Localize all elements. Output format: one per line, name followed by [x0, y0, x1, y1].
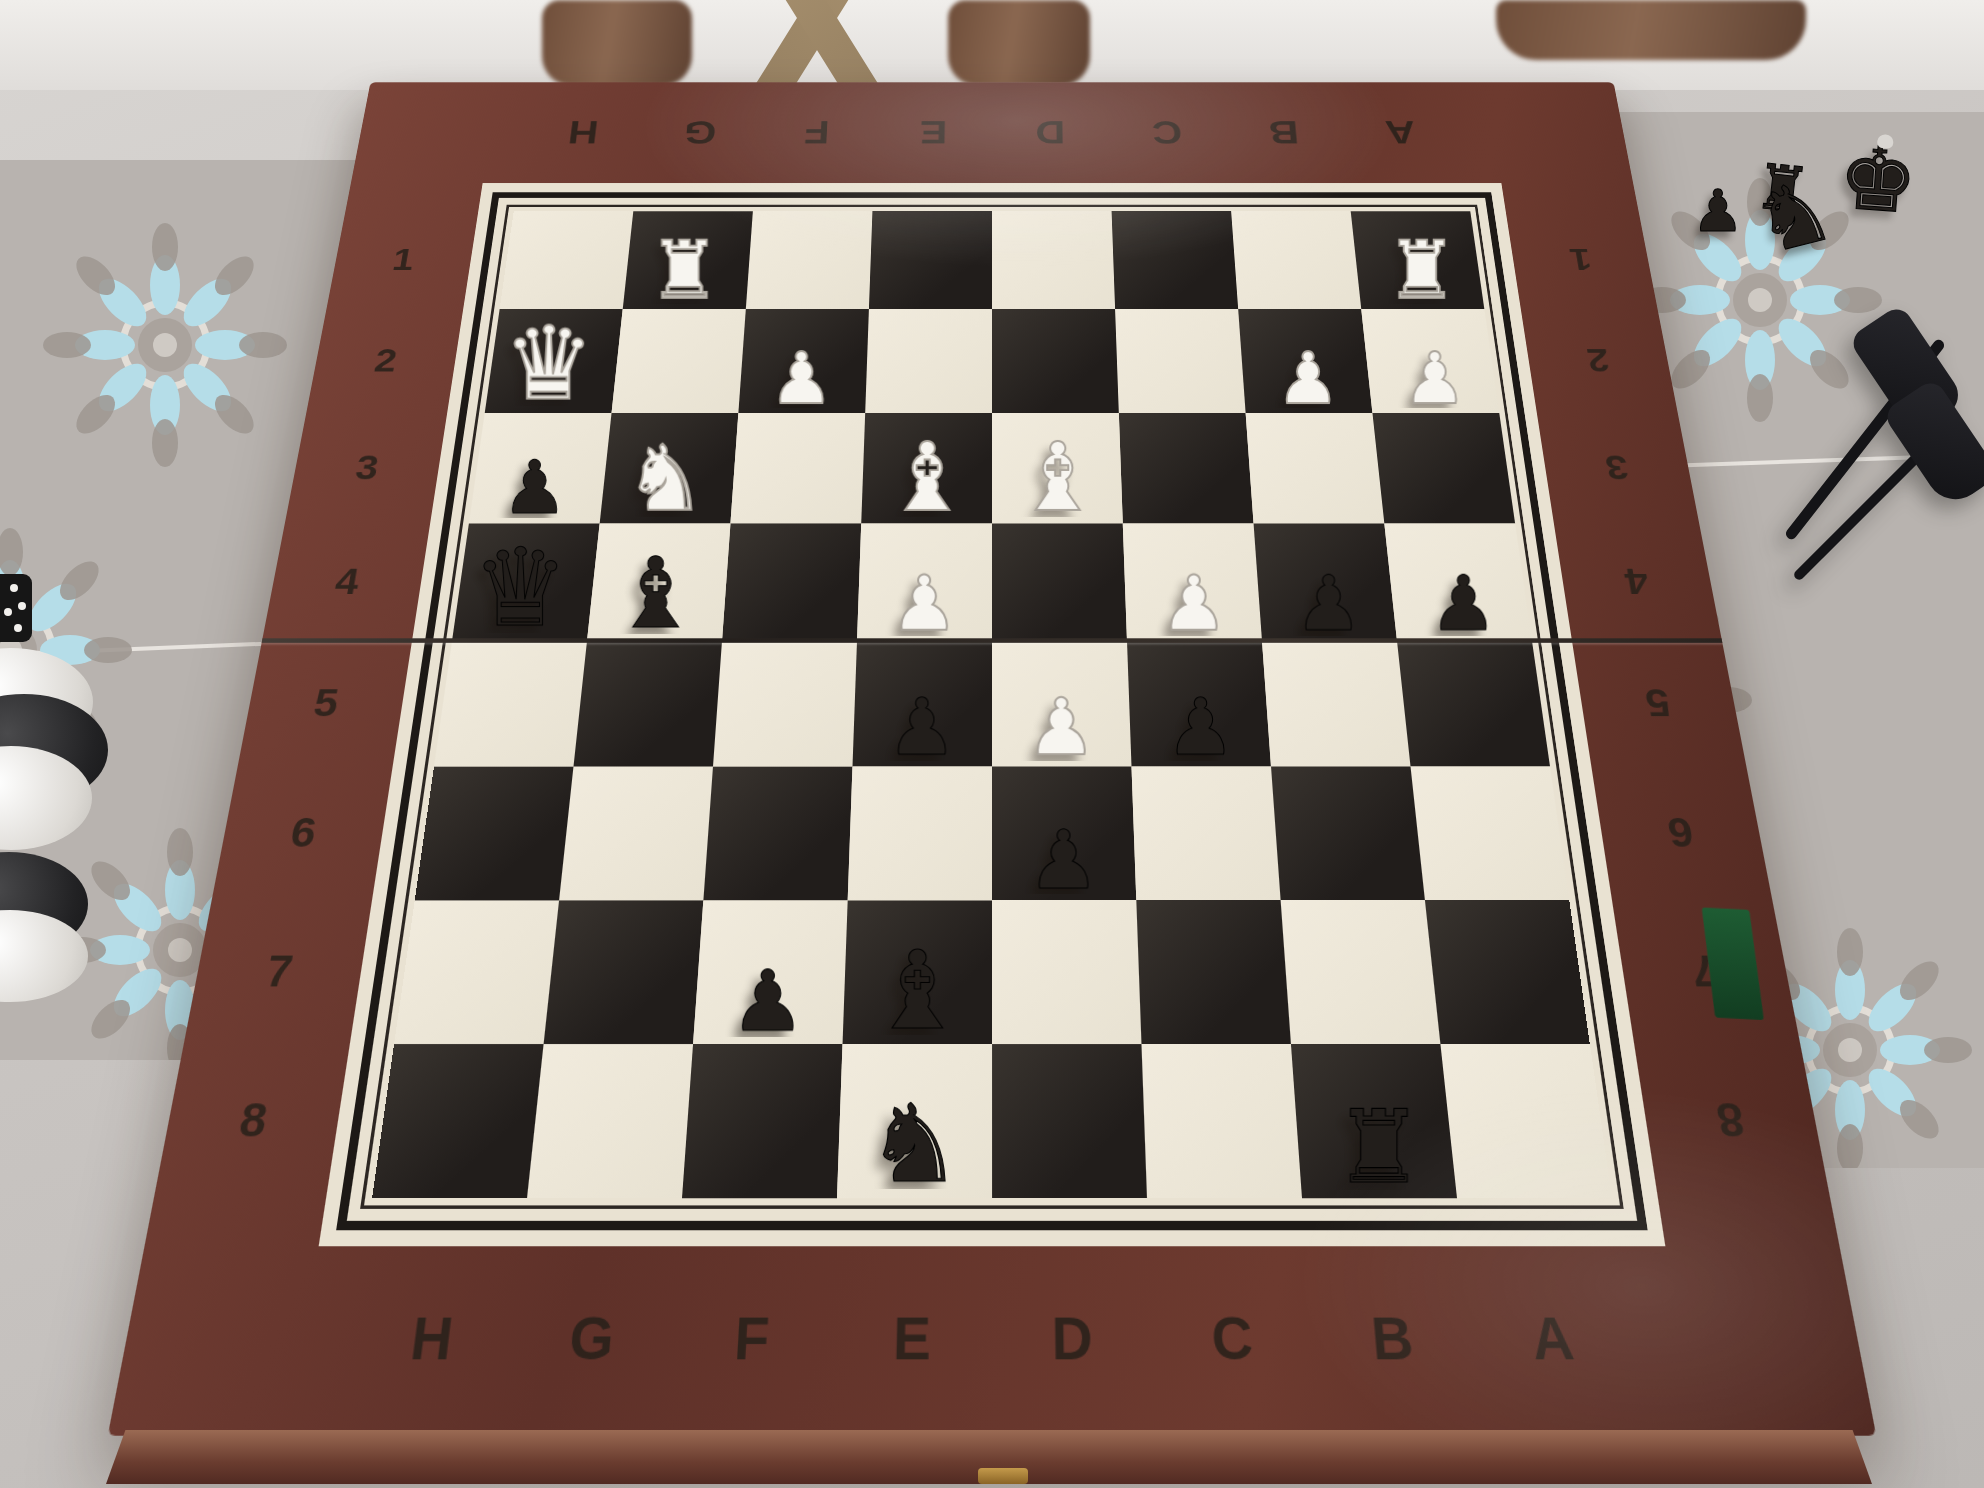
white-knight-g3[interactable]: ♞ [625, 433, 707, 524]
white-queen-h2[interactable]: ♛ [504, 313, 595, 414]
square-g5[interactable] [573, 641, 722, 766]
square-c7[interactable] [1136, 900, 1291, 1044]
rank-label-2: 2 [1521, 309, 1678, 413]
black-bishop-g4[interactable]: ♝ [611, 544, 699, 642]
board-grid: ♜♜♛♟♟♟♟♞♝♝♛♝♟♟♟♟♟♟♟♟♟♝♞♜ [372, 211, 1612, 1198]
square-b3[interactable] [1246, 413, 1385, 523]
brass-latch [978, 1468, 1028, 1484]
square-b4[interactable]: ♟ [1254, 523, 1397, 641]
square-h4[interactable]: ♛ [452, 523, 600, 641]
sunglasses [1756, 284, 1984, 664]
square-d5[interactable]: ♟ [992, 641, 1132, 766]
file-label-f: F [756, 101, 876, 166]
white-bishop-d3[interactable]: ♝ [1015, 430, 1100, 525]
square-a6[interactable] [1411, 766, 1570, 900]
square-d4[interactable] [992, 523, 1127, 641]
square-c3[interactable] [1119, 413, 1254, 523]
black-knight-e8[interactable]: ♞ [866, 1090, 963, 1198]
file-label-h: H [520, 101, 645, 166]
square-g6[interactable] [559, 766, 713, 900]
square-f7[interactable]: ♟ [693, 900, 848, 1044]
rank-label-5: 5 [1572, 641, 1746, 766]
rank-label-6: 6 [1591, 766, 1772, 900]
board-front-edge [106, 1430, 1872, 1484]
white-pawn-b2[interactable]: ♟ [1277, 343, 1341, 414]
square-e7[interactable]: ♝ [843, 900, 992, 1044]
square-b1[interactable] [1231, 211, 1361, 309]
black-bishop-e7[interactable]: ♝ [869, 936, 966, 1044]
square-c6[interactable] [1132, 766, 1281, 900]
white-bishop-e3[interactable]: ♝ [884, 430, 969, 525]
dice [0, 574, 32, 642]
white-rook-g1[interactable]: ♜ [649, 230, 721, 310]
square-g7[interactable] [544, 900, 704, 1044]
square-f4[interactable] [722, 523, 861, 641]
white-pawn-f2[interactable]: ♟ [770, 343, 834, 414]
square-f2[interactable]: ♟ [738, 309, 869, 413]
square-g1[interactable]: ♜ [623, 211, 753, 309]
square-h3[interactable]: ♟ [469, 413, 612, 523]
square-e6[interactable] [848, 766, 992, 900]
captured-black-pawn[interactable]: ♟ [1692, 182, 1744, 240]
square-c5[interactable]: ♟ [1127, 641, 1271, 766]
die-pip [14, 624, 22, 632]
die-pip [4, 608, 12, 616]
square-f3[interactable] [730, 413, 865, 523]
rank-label-8: 8 [1634, 1044, 1830, 1198]
file-label-e: E [830, 1278, 992, 1399]
square-g4[interactable]: ♝ [587, 523, 730, 641]
file-label-f: F [668, 1278, 835, 1399]
captured-black-knight[interactable]: ♞ [1746, 165, 1842, 267]
square-a5[interactable] [1397, 641, 1550, 766]
file-label-a: A [1466, 1278, 1641, 1399]
rank-label-8: 8 [154, 1044, 350, 1198]
rank-label-3: 3 [285, 413, 447, 523]
file-label-b: B [1223, 101, 1346, 166]
file-labels-bottom: HGFEDCBA [343, 1278, 1641, 1399]
square-a4[interactable]: ♟ [1384, 523, 1532, 641]
square-c2[interactable] [1115, 309, 1246, 413]
black-pawn-c5[interactable]: ♟ [1166, 688, 1236, 766]
file-labels-top: HGFEDCBA [520, 101, 1463, 166]
black-pawn-h3[interactable]: ♟ [502, 451, 568, 525]
rank-label-4: 4 [1554, 523, 1722, 641]
black-pawn-d6[interactable]: ♟ [1028, 820, 1101, 901]
square-h6[interactable] [415, 766, 574, 900]
black-pawn-f7[interactable]: ♟ [730, 960, 805, 1044]
white-rook-a1[interactable]: ♜ [1386, 230, 1458, 310]
checkers-stack [0, 648, 108, 848]
square-b6[interactable] [1271, 766, 1425, 900]
rank-label-1: 1 [1506, 211, 1658, 309]
square-d1[interactable] [992, 211, 1115, 309]
white-pawn-a2[interactable]: ♟ [1403, 343, 1467, 414]
square-g3[interactable]: ♞ [600, 413, 739, 523]
file-label-d: D [992, 1278, 1154, 1399]
rank-label-4: 4 [262, 523, 430, 641]
square-f6[interactable] [703, 766, 852, 900]
checkers-stack [0, 852, 100, 1002]
square-e5[interactable]: ♟ [852, 641, 992, 766]
square-h2[interactable]: ♛ [485, 309, 623, 413]
square-e2[interactable] [865, 309, 992, 413]
square-h1[interactable] [500, 211, 634, 309]
square-d3[interactable]: ♝ [992, 413, 1123, 523]
file-label-a: A [1339, 101, 1464, 166]
square-e1[interactable] [869, 211, 992, 309]
square-e4[interactable]: ♟ [857, 523, 992, 641]
captured-pieces-tray: ♟♜♞♚ [1668, 120, 1968, 300]
rank-label-2: 2 [306, 309, 463, 413]
square-a7[interactable] [1425, 900, 1590, 1044]
square-a3[interactable] [1372, 413, 1515, 523]
king-light-tip [1877, 134, 1894, 149]
file-label-h: H [343, 1278, 518, 1399]
file-label-c: C [1150, 1278, 1317, 1399]
file-label-d: D [992, 101, 1110, 166]
photo-chess-scene: { "game": "chess", "scene_title": "Overh… [0, 0, 1984, 1488]
rank-label-6: 6 [212, 766, 393, 900]
rank-label-7: 7 [184, 900, 372, 1044]
square-a1[interactable]: ♜ [1351, 211, 1485, 309]
square-c4[interactable]: ♟ [1123, 523, 1262, 641]
file-label-c: C [1108, 101, 1228, 166]
black-pawn-a4[interactable]: ♟ [1430, 566, 1498, 642]
black-queen-h4[interactable]: ♛ [472, 534, 569, 642]
square-b5[interactable] [1262, 641, 1411, 766]
white-pawn-d5[interactable]: ♟ [1026, 688, 1096, 766]
white-pawn-e4[interactable]: ♟ [891, 566, 959, 642]
rank-label-5: 5 [238, 641, 412, 766]
square-d2[interactable] [992, 309, 1119, 413]
square-h7[interactable] [394, 900, 559, 1044]
square-c1[interactable] [1112, 211, 1239, 309]
file-label-e: E [874, 101, 992, 166]
square-e3[interactable]: ♝ [861, 413, 992, 523]
black-pawn-b4[interactable]: ♟ [1295, 566, 1363, 642]
square-d6[interactable]: ♟ [992, 766, 1136, 900]
die-pip [10, 584, 18, 592]
black-rook-b8[interactable]: ♜ [1334, 1097, 1424, 1198]
captured-black-king[interactable]: ♚ [1836, 133, 1921, 226]
black-pawn-e5[interactable]: ♟ [887, 688, 957, 766]
rank-label-1: 1 [326, 211, 478, 309]
square-f5[interactable] [713, 641, 857, 766]
die-pip [18, 602, 26, 610]
square-h5[interactable] [434, 641, 587, 766]
chess-board: HGFEDCBA HGFEDCBA 12345678 12345678 ♜♜♛♟… [108, 82, 1877, 1435]
square-g2[interactable] [612, 309, 746, 413]
square-a2[interactable]: ♟ [1361, 309, 1499, 413]
square-f1[interactable] [746, 211, 873, 309]
rank-label-3: 3 [1537, 413, 1699, 523]
file-label-g: G [638, 101, 761, 166]
square-d7[interactable] [992, 900, 1141, 1044]
file-label-g: G [505, 1278, 676, 1399]
square-b2[interactable]: ♟ [1238, 309, 1372, 413]
white-pawn-c4[interactable]: ♟ [1160, 566, 1228, 642]
square-b7[interactable] [1281, 900, 1441, 1044]
file-label-b: B [1308, 1278, 1479, 1399]
